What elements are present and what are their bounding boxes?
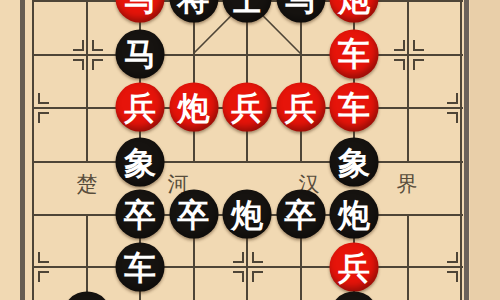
grid-line <box>33 161 463 163</box>
piece-red-chariot[interactable]: 车 <box>330 83 379 132</box>
point-marker <box>447 112 458 123</box>
piece-black-cropped-piece[interactable] <box>62 292 111 300</box>
point-marker <box>447 252 458 263</box>
point-marker <box>394 40 405 51</box>
grid-line <box>33 54 463 56</box>
point-marker <box>233 271 244 282</box>
piece-black-advisor[interactable]: 士 <box>223 0 272 23</box>
point-marker <box>447 271 458 282</box>
grid-line <box>32 0 34 300</box>
piece-black-cropped-piece[interactable] <box>330 292 379 300</box>
grid-line <box>33 266 463 268</box>
piece-red-pawn[interactable]: 兵 <box>223 83 272 132</box>
board-margin-right <box>470 0 500 300</box>
piece-black-chariot[interactable]: 车 <box>116 243 165 292</box>
piece-red-pawn[interactable]: 兵 <box>276 83 325 132</box>
piece-black-general[interactable]: 将 <box>169 0 218 23</box>
piece-black-cannon[interactable]: 炮 <box>223 190 272 239</box>
point-marker <box>92 59 103 70</box>
piece-red-cannon[interactable]: 炮 <box>330 0 379 23</box>
point-marker <box>38 252 49 263</box>
board-frame-left <box>20 0 25 300</box>
piece-red-chariot[interactable]: 车 <box>330 29 379 78</box>
point-marker <box>38 112 49 123</box>
point-marker <box>252 271 263 282</box>
piece-black-elephant[interactable]: 象 <box>116 138 165 187</box>
grid-line <box>86 0 88 162</box>
point-marker <box>252 252 263 263</box>
piece-red-pawn[interactable]: 兵 <box>116 83 165 132</box>
piece-black-cannon[interactable]: 炮 <box>330 190 379 239</box>
xiangqi-board[interactable]: 楚 河 汉 界 马将士马炮马车兵炮兵兵车象象卒卒炮卒炮车兵 <box>0 0 500 300</box>
grid-line <box>407 0 409 162</box>
piece-black-pawn[interactable]: 卒 <box>169 190 218 239</box>
point-marker <box>413 40 424 51</box>
grid-line <box>193 0 195 162</box>
grid-line <box>86 215 88 300</box>
point-marker <box>38 271 49 282</box>
grid-line <box>300 0 302 162</box>
piece-red-cannon[interactable]: 炮 <box>169 83 218 132</box>
point-marker <box>92 40 103 51</box>
grid-line <box>460 0 462 300</box>
point-marker <box>73 40 84 51</box>
piece-black-elephant[interactable]: 象 <box>330 138 379 187</box>
point-marker <box>73 59 84 70</box>
grid-line <box>246 0 248 162</box>
piece-red-pawn[interactable]: 兵 <box>330 243 379 292</box>
piece-black-horse[interactable]: 马 <box>276 0 325 23</box>
piece-black-horse[interactable]: 马 <box>116 29 165 78</box>
piece-black-pawn[interactable]: 卒 <box>116 190 165 239</box>
point-marker <box>394 59 405 70</box>
river-label-jie: 界 <box>397 174 418 195</box>
river-label-chu: 楚 <box>77 174 98 195</box>
point-marker <box>447 93 458 104</box>
point-marker <box>413 59 424 70</box>
point-marker <box>38 93 49 104</box>
board-frame-right <box>464 0 469 300</box>
piece-red-horse[interactable]: 马 <box>116 0 165 23</box>
grid-line <box>407 215 409 300</box>
piece-black-pawn[interactable]: 卒 <box>276 190 325 239</box>
point-marker <box>233 252 244 263</box>
